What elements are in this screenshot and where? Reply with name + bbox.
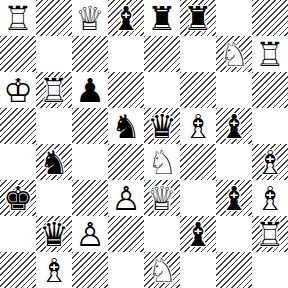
white-bishop: ♗ [36,252,72,288]
white-queen: ♕ [144,180,180,216]
square-e8[interactable]: ♜♜ [144,0,180,36]
square-b1[interactable]: ♝♗ [36,252,72,288]
square-h6[interactable] [252,72,288,108]
white-bishop: ♗ [252,144,288,180]
square-g7[interactable]: ♞♘ [216,36,252,72]
square-d1[interactable] [108,252,144,288]
square-f1[interactable] [180,252,216,288]
chess-board: ♜♖♛♕♝♝♜♜♜♜♞♘♜♖♚♔♜♖♟♟♞♞♛♛♝♗♝♝♞♞♞♘♝♗♚♚♟♙♛♕… [0,0,288,288]
black-queen: ♛ [36,216,72,252]
square-c2[interactable]: ♟♙ [72,216,108,252]
square-b7[interactable] [36,36,72,72]
square-e1[interactable]: ♞♘ [144,252,180,288]
black-rook: ♜ [180,0,216,36]
black-bishop: ♝ [108,0,144,36]
black-pawn: ♟ [72,72,108,108]
square-h3[interactable]: ♝♗ [252,180,288,216]
square-g6[interactable] [216,72,252,108]
square-f6[interactable] [180,72,216,108]
square-c4[interactable] [72,144,108,180]
white-king: ♔ [0,72,36,108]
black-bishop: ♝ [216,180,252,216]
square-g8[interactable] [216,0,252,36]
black-bishop: ♝ [180,216,216,252]
square-a3[interactable]: ♚♚ [0,180,36,216]
square-c8[interactable]: ♛♕ [72,0,108,36]
square-d5[interactable]: ♞♞ [108,108,144,144]
square-b8[interactable] [36,0,72,36]
square-d4[interactable] [108,144,144,180]
square-c3[interactable] [72,180,108,216]
square-f8[interactable]: ♜♜ [180,0,216,36]
square-g4[interactable] [216,144,252,180]
white-pawn: ♙ [72,216,108,252]
square-e6[interactable] [144,72,180,108]
square-h5[interactable] [252,108,288,144]
square-e7[interactable] [144,36,180,72]
square-c6[interactable]: ♟♟ [72,72,108,108]
black-knight: ♞ [36,144,72,180]
square-b5[interactable] [36,108,72,144]
white-pawn: ♙ [108,180,144,216]
black-bishop: ♝ [216,108,252,144]
white-knight: ♘ [144,252,180,288]
black-knight: ♞ [108,108,144,144]
square-a2[interactable] [0,216,36,252]
white-rook: ♖ [252,216,288,252]
square-h1[interactable] [252,252,288,288]
white-queen: ♕ [72,0,108,36]
square-a1[interactable] [0,252,36,288]
square-d8[interactable]: ♝♝ [108,0,144,36]
square-f4[interactable] [180,144,216,180]
square-f2[interactable]: ♝♝ [180,216,216,252]
square-h2[interactable]: ♜♖ [252,216,288,252]
white-knight: ♘ [216,36,252,72]
white-rook: ♖ [36,72,72,108]
square-d7[interactable] [108,36,144,72]
white-bishop: ♗ [252,180,288,216]
square-d6[interactable] [108,72,144,108]
square-b6[interactable]: ♜♖ [36,72,72,108]
black-king: ♚ [0,180,36,216]
square-e4[interactable]: ♞♘ [144,144,180,180]
square-h8[interactable] [252,0,288,36]
square-a6[interactable]: ♚♔ [0,72,36,108]
white-rook: ♖ [252,36,288,72]
square-b4[interactable]: ♞♞ [36,144,72,180]
square-e3[interactable]: ♛♕ [144,180,180,216]
square-c1[interactable] [72,252,108,288]
square-b2[interactable]: ♛♛ [36,216,72,252]
square-h7[interactable]: ♜♖ [252,36,288,72]
square-a8[interactable]: ♜♖ [0,0,36,36]
square-g5[interactable]: ♝♝ [216,108,252,144]
square-e5[interactable]: ♛♛ [144,108,180,144]
square-b3[interactable] [36,180,72,216]
white-knight: ♘ [144,144,180,180]
square-e2[interactable] [144,216,180,252]
square-g3[interactable]: ♝♝ [216,180,252,216]
white-rook: ♖ [0,0,36,36]
square-a4[interactable] [0,144,36,180]
square-a5[interactable] [0,108,36,144]
square-f7[interactable] [180,36,216,72]
square-g1[interactable] [216,252,252,288]
square-g2[interactable] [216,216,252,252]
square-d3[interactable]: ♟♙ [108,180,144,216]
white-bishop: ♗ [180,108,216,144]
black-rook: ♜ [144,0,180,36]
square-f5[interactable]: ♝♗ [180,108,216,144]
square-f3[interactable] [180,180,216,216]
square-c5[interactable] [72,108,108,144]
square-h4[interactable]: ♝♗ [252,144,288,180]
square-d2[interactable] [108,216,144,252]
black-queen: ♛ [144,108,180,144]
square-a7[interactable] [0,36,36,72]
square-c7[interactable] [72,36,108,72]
